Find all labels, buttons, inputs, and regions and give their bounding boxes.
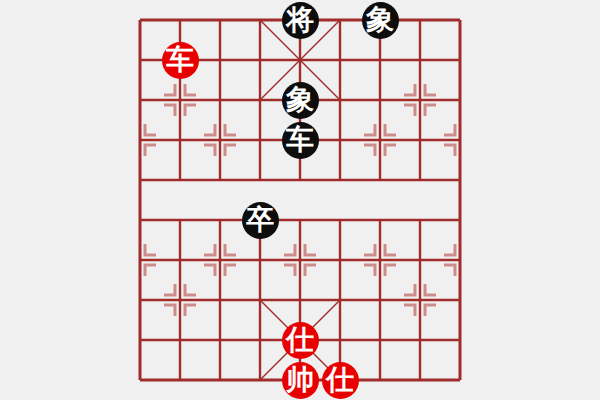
- red-advisor[interactable]: 仕: [322, 362, 359, 399]
- red-general[interactable]: 帅: [282, 362, 319, 399]
- pieces-layer: 将象车象车卒仕帅仕: [120, 0, 480, 400]
- black-soldier[interactable]: 卒: [242, 202, 279, 239]
- xiangqi-app: 将象车象车卒仕帅仕: [0, 0, 600, 400]
- black-general[interactable]: 将: [282, 2, 319, 39]
- red-advisor[interactable]: 仕: [282, 322, 319, 359]
- black-elephant[interactable]: 象: [362, 2, 399, 39]
- red-chariot[interactable]: 车: [162, 42, 199, 79]
- black-elephant[interactable]: 象: [282, 82, 319, 119]
- black-chariot[interactable]: 车: [282, 122, 319, 159]
